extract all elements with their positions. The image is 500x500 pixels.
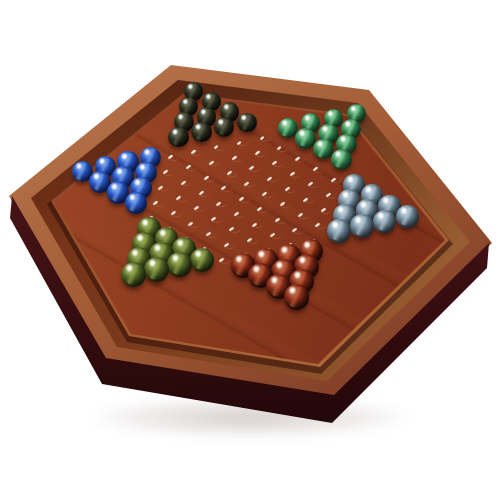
board-hole[interactable] <box>238 138 247 145</box>
board-hole[interactable] <box>250 164 260 171</box>
board-hole[interactable] <box>281 200 291 207</box>
pieces-layer <box>0 0 500 500</box>
board-hole[interactable] <box>298 210 308 218</box>
board-hole[interactable] <box>154 198 164 205</box>
board-hole[interactable] <box>278 144 287 151</box>
marble-slate-blue[interactable] <box>396 205 419 228</box>
marble-black[interactable] <box>168 127 188 147</box>
board-hole[interactable] <box>309 180 319 187</box>
board-hole[interactable] <box>169 153 178 160</box>
board-hole[interactable] <box>222 184 232 191</box>
board-hole[interactable] <box>255 149 264 156</box>
marble-black[interactable] <box>191 122 211 142</box>
board-hole[interactable] <box>258 205 268 213</box>
board-hole[interactable] <box>314 165 324 172</box>
marble-black[interactable] <box>237 113 257 133</box>
board-hole[interactable] <box>268 174 278 181</box>
board-hole[interactable] <box>235 210 245 218</box>
board-hole[interactable] <box>293 226 303 234</box>
board-hole[interactable] <box>321 206 331 214</box>
board-hole[interactable] <box>331 175 341 182</box>
board-hole[interactable] <box>207 230 217 238</box>
marble-green[interactable] <box>331 149 352 170</box>
marble-olive-camo[interactable] <box>144 257 169 282</box>
board-hole[interactable] <box>187 163 197 170</box>
board-hole[interactable] <box>245 179 255 186</box>
board-hole[interactable] <box>227 169 237 176</box>
board-hole[interactable] <box>316 221 326 229</box>
board-hole[interactable] <box>164 168 174 175</box>
board-hole[interactable] <box>220 255 231 263</box>
board-hole[interactable] <box>240 194 250 201</box>
board-hole[interactable] <box>230 225 240 233</box>
board-hole[interactable] <box>225 240 236 248</box>
board-hole[interactable] <box>177 194 187 201</box>
board-hole[interactable] <box>210 158 220 165</box>
marble-red-black[interactable] <box>284 284 310 310</box>
board-hole[interactable] <box>217 199 227 206</box>
board-hole[interactable] <box>263 190 273 197</box>
board-hole[interactable] <box>205 174 215 181</box>
board-hole[interactable] <box>326 190 336 197</box>
board-hole[interactable] <box>212 214 222 222</box>
board-hole[interactable] <box>171 209 181 217</box>
board-hole[interactable] <box>260 134 269 141</box>
marble-olive-camo[interactable] <box>167 252 192 277</box>
board-hole[interactable] <box>276 215 286 223</box>
board-hole[interactable] <box>304 195 314 202</box>
board-hole[interactable] <box>182 178 192 185</box>
board-hole[interactable] <box>253 220 263 228</box>
marble-slate-blue[interactable] <box>350 214 373 237</box>
marble-blue[interactable] <box>125 192 148 215</box>
marble-black[interactable] <box>214 117 234 137</box>
board-hole[interactable] <box>232 154 241 161</box>
board-hole[interactable] <box>192 148 201 155</box>
board-hole[interactable] <box>215 143 224 150</box>
board-hole[interactable] <box>286 185 296 192</box>
board-hole[interactable] <box>273 159 283 166</box>
board-hole[interactable] <box>296 154 305 161</box>
product-photo <box>0 0 500 500</box>
board-hole[interactable] <box>194 204 204 212</box>
marble-slate-blue[interactable] <box>373 210 396 233</box>
board-hole[interactable] <box>271 230 281 238</box>
marble-olive-camo[interactable] <box>121 262 146 287</box>
board-hole[interactable] <box>189 219 199 227</box>
board-hole[interactable] <box>159 183 169 190</box>
marble-olive-camo[interactable] <box>190 248 215 273</box>
board-hole[interactable] <box>291 170 301 177</box>
board-hole[interactable] <box>248 235 259 243</box>
board-hole[interactable] <box>199 189 209 196</box>
marble-slate-blue[interactable] <box>327 219 351 243</box>
